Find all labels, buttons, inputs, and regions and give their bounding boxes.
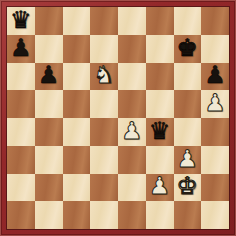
square-b3[interactable] — [35, 146, 63, 174]
square-b5[interactable] — [35, 90, 63, 118]
square-a5[interactable] — [7, 90, 35, 118]
square-d8[interactable] — [90, 7, 118, 35]
square-e2[interactable] — [118, 174, 146, 202]
square-e8[interactable] — [118, 7, 146, 35]
square-d6[interactable]: ♞ — [90, 63, 118, 91]
square-b8[interactable] — [35, 7, 63, 35]
square-g8[interactable] — [174, 7, 202, 35]
square-b6[interactable]: ♟ — [35, 63, 63, 91]
square-h7[interactable] — [201, 35, 229, 63]
square-f2[interactable]: ♟ — [146, 174, 174, 202]
square-f6[interactable] — [146, 63, 174, 91]
square-a4[interactable] — [7, 118, 35, 146]
square-h5[interactable]: ♟ — [201, 90, 229, 118]
square-b4[interactable] — [35, 118, 63, 146]
square-b1[interactable] — [35, 201, 63, 229]
square-c3[interactable] — [63, 146, 91, 174]
square-d3[interactable] — [90, 146, 118, 174]
square-g7[interactable]: ♚ — [174, 35, 202, 63]
black-queen[interactable]: ♛ — [10, 8, 32, 32]
white-pawn[interactable]: ♟ — [204, 91, 226, 115]
square-f8[interactable] — [146, 7, 174, 35]
black-queen[interactable]: ♛ — [149, 119, 171, 143]
square-g3[interactable]: ♟ — [174, 146, 202, 174]
square-f4[interactable]: ♛ — [146, 118, 174, 146]
square-c4[interactable] — [63, 118, 91, 146]
square-c5[interactable] — [63, 90, 91, 118]
square-d2[interactable] — [90, 174, 118, 202]
square-g4[interactable] — [174, 118, 202, 146]
square-d1[interactable] — [90, 201, 118, 229]
square-e1[interactable] — [118, 201, 146, 229]
white-pawn[interactable]: ♟ — [121, 119, 143, 143]
square-f1[interactable] — [146, 201, 174, 229]
square-h6[interactable]: ♟ — [201, 63, 229, 91]
square-e7[interactable] — [118, 35, 146, 63]
square-h1[interactable] — [201, 201, 229, 229]
square-g2[interactable]: ♚ — [174, 174, 202, 202]
square-e5[interactable] — [118, 90, 146, 118]
black-pawn[interactable]: ♟ — [204, 63, 226, 87]
square-a7[interactable]: ♟ — [7, 35, 35, 63]
square-a6[interactable] — [7, 63, 35, 91]
black-pawn[interactable]: ♟ — [38, 63, 60, 87]
square-d4[interactable] — [90, 118, 118, 146]
black-king[interactable]: ♚ — [177, 36, 199, 60]
square-h8[interactable] — [201, 7, 229, 35]
square-a3[interactable] — [7, 146, 35, 174]
square-c6[interactable] — [63, 63, 91, 91]
square-c1[interactable] — [63, 201, 91, 229]
square-h4[interactable] — [201, 118, 229, 146]
square-f7[interactable] — [146, 35, 174, 63]
white-knight[interactable]: ♞ — [93, 63, 115, 87]
square-f3[interactable] — [146, 146, 174, 174]
square-c8[interactable] — [63, 7, 91, 35]
square-d7[interactable] — [90, 35, 118, 63]
square-c7[interactable] — [63, 35, 91, 63]
square-e6[interactable] — [118, 63, 146, 91]
square-a8[interactable]: ♛ — [7, 7, 35, 35]
square-f5[interactable] — [146, 90, 174, 118]
square-a2[interactable] — [7, 174, 35, 202]
white-king[interactable]: ♚ — [177, 174, 199, 198]
square-b2[interactable] — [35, 174, 63, 202]
square-e3[interactable] — [118, 146, 146, 174]
square-c2[interactable] — [63, 174, 91, 202]
square-g1[interactable] — [174, 201, 202, 229]
black-pawn[interactable]: ♟ — [10, 36, 32, 60]
square-b7[interactable] — [35, 35, 63, 63]
square-g5[interactable] — [174, 90, 202, 118]
square-a1[interactable] — [7, 201, 35, 229]
square-d5[interactable] — [90, 90, 118, 118]
white-pawn[interactable]: ♟ — [149, 174, 171, 198]
square-h2[interactable] — [201, 174, 229, 202]
chess-board: ♛♟♚♟♞♟♟♟♛♟♟♚ — [7, 7, 229, 229]
square-e4[interactable]: ♟ — [118, 118, 146, 146]
square-h3[interactable] — [201, 146, 229, 174]
chess-board-frame: ♛♟♚♟♞♟♟♟♛♟♟♚ — [0, 0, 236, 236]
white-pawn[interactable]: ♟ — [177, 147, 199, 171]
square-g6[interactable] — [174, 63, 202, 91]
